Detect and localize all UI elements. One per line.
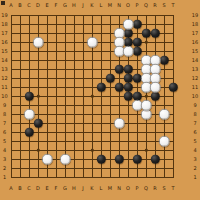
col-label-bottom-F: F [55, 186, 58, 191]
row-label-left-13: 13 [1, 67, 7, 72]
col-label-top-D: D [36, 3, 40, 8]
row-label-right-5: 5 [193, 139, 196, 144]
row-label-right-12: 12 [192, 76, 198, 81]
col-label-top-F: F [55, 3, 58, 8]
row-label-right-4: 4 [193, 148, 196, 153]
row-label-right-7: 7 [193, 121, 196, 126]
corner-marker-icon [1, 1, 5, 5]
col-label-top-O: O [126, 3, 130, 8]
row-label-right-3: 3 [193, 157, 196, 162]
row-label-right-8: 8 [193, 112, 196, 117]
col-label-top-M: M [108, 3, 112, 8]
row-label-left-3: 3 [3, 157, 6, 162]
row-label-left-6: 6 [3, 130, 6, 135]
row-label-left-16: 16 [1, 40, 7, 45]
row-label-left-12: 12 [1, 76, 7, 81]
row-label-left-10: 10 [1, 94, 7, 99]
row-label-left-7: 7 [3, 121, 6, 126]
col-label-top-Q: Q [144, 3, 148, 8]
col-label-top-G: G [63, 3, 67, 8]
col-label-bottom-P: P [135, 186, 138, 191]
row-label-left-19: 19 [1, 13, 7, 18]
col-label-bottom-S: S [162, 186, 165, 191]
go-board[interactable]: AABBCCDDEEFFGGHHJJKKLLMMNNOOPPQQRRSSTT19… [0, 0, 200, 200]
col-label-bottom-B: B [18, 186, 21, 191]
col-label-bottom-M: M [108, 186, 112, 191]
col-label-top-J: J [82, 3, 83, 8]
col-label-top-L: L [100, 3, 103, 8]
col-label-bottom-G: G [63, 186, 67, 191]
col-label-top-C: C [27, 3, 31, 8]
col-label-bottom-D: D [36, 186, 40, 191]
row-label-right-9: 9 [193, 103, 196, 108]
col-label-bottom-H: H [72, 186, 76, 191]
col-label-bottom-C: C [27, 186, 31, 191]
col-label-bottom-K: K [90, 186, 93, 191]
col-label-bottom-E: E [45, 186, 48, 191]
row-label-left-14: 14 [1, 58, 7, 63]
row-label-left-2: 2 [3, 166, 6, 171]
row-label-right-15: 15 [192, 49, 198, 54]
row-label-right-16: 16 [192, 40, 198, 45]
row-label-left-4: 4 [3, 148, 6, 153]
row-label-right-19: 19 [192, 13, 198, 18]
col-label-top-N: N [117, 3, 121, 8]
row-label-right-13: 13 [192, 67, 198, 72]
row-label-left-1: 1 [3, 175, 6, 180]
col-label-top-T: T [171, 3, 174, 8]
col-label-bottom-T: T [171, 186, 174, 191]
row-label-right-14: 14 [192, 58, 198, 63]
col-label-bottom-L: L [100, 186, 103, 191]
col-label-bottom-J: J [82, 186, 83, 191]
col-label-bottom-R: R [153, 186, 156, 191]
col-label-top-R: R [153, 3, 156, 8]
row-label-left-9: 9 [3, 103, 6, 108]
row-label-left-8: 8 [3, 112, 6, 117]
col-label-bottom-N: N [117, 186, 121, 191]
col-label-top-B: B [18, 3, 21, 8]
row-label-left-15: 15 [1, 49, 7, 54]
col-label-top-P: P [135, 3, 138, 8]
row-label-right-11: 11 [192, 85, 198, 90]
col-label-top-K: K [90, 3, 93, 8]
go-app-window: AABBCCDDEEFFGGHHJJKKLLMMNNOOPPQQRRSSTT19… [0, 0, 200, 200]
col-label-top-H: H [72, 3, 76, 8]
row-label-right-6: 6 [193, 130, 196, 135]
row-label-right-17: 17 [192, 31, 198, 36]
col-label-bottom-Q: Q [144, 186, 148, 191]
col-label-bottom-O: O [126, 186, 130, 191]
col-label-bottom-A: A [9, 186, 12, 191]
row-label-left-5: 5 [3, 139, 6, 144]
row-label-right-10: 10 [192, 94, 198, 99]
row-label-right-2: 2 [193, 166, 196, 171]
row-label-right-1: 1 [193, 175, 196, 180]
black-stone-T11 [169, 83, 177, 91]
row-label-left-17: 17 [1, 31, 7, 36]
row-label-left-11: 11 [1, 85, 7, 90]
row-label-left-18: 18 [1, 22, 7, 27]
col-label-top-A: A [9, 3, 12, 8]
col-label-top-E: E [45, 3, 48, 8]
col-label-top-S: S [162, 3, 165, 8]
row-label-right-18: 18 [192, 22, 198, 27]
